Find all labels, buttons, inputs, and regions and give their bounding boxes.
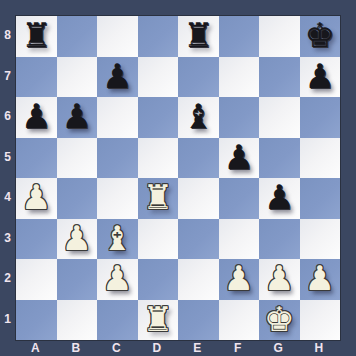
- piece-black-rook[interactable]: ♜: [183, 18, 213, 52]
- square-h6[interactable]: [300, 97, 341, 138]
- square-c6[interactable]: [97, 97, 138, 138]
- square-d1[interactable]: ♜: [138, 300, 179, 341]
- square-e6[interactable]: ♝: [178, 97, 219, 138]
- square-c8[interactable]: [97, 16, 138, 57]
- square-a5[interactable]: [16, 138, 57, 179]
- square-a4[interactable]: ♟: [16, 178, 57, 219]
- piece-white-bishop[interactable]: ♝: [102, 221, 132, 255]
- square-e5[interactable]: [178, 138, 219, 179]
- piece-black-pawn[interactable]: ♟: [224, 140, 254, 174]
- square-c7[interactable]: ♟: [97, 57, 138, 98]
- square-b8[interactable]: [57, 16, 98, 57]
- square-h8[interactable]: ♚: [300, 16, 341, 57]
- square-f6[interactable]: [219, 97, 260, 138]
- piece-white-pawn[interactable]: ♟: [62, 221, 92, 255]
- square-e7[interactable]: [178, 57, 219, 98]
- square-d6[interactable]: [138, 97, 179, 138]
- file-label-h: H: [299, 340, 340, 356]
- square-g1[interactable]: ♚: [259, 300, 300, 341]
- square-a2[interactable]: [16, 259, 57, 300]
- rank-labels: 87654321: [0, 15, 15, 339]
- rank-label-5: 5: [0, 137, 15, 178]
- square-c4[interactable]: [97, 178, 138, 219]
- square-b4[interactable]: [57, 178, 98, 219]
- rank-label-1: 1: [0, 299, 15, 340]
- piece-white-rook[interactable]: ♜: [143, 180, 173, 214]
- file-label-f: F: [218, 340, 259, 356]
- square-e2[interactable]: [178, 259, 219, 300]
- square-h2[interactable]: ♟: [300, 259, 341, 300]
- square-g3[interactable]: [259, 219, 300, 260]
- square-b1[interactable]: [57, 300, 98, 341]
- square-f3[interactable]: [219, 219, 260, 260]
- piece-black-pawn[interactable]: ♟: [305, 59, 335, 93]
- file-label-b: B: [56, 340, 97, 356]
- piece-white-pawn[interactable]: ♟: [21, 180, 51, 214]
- piece-black-pawn[interactable]: ♟: [21, 99, 51, 133]
- square-h5[interactable]: [300, 138, 341, 179]
- file-label-c: C: [96, 340, 137, 356]
- square-a1[interactable]: [16, 300, 57, 341]
- square-e1[interactable]: [178, 300, 219, 341]
- square-h7[interactable]: ♟: [300, 57, 341, 98]
- file-label-d: D: [137, 340, 178, 356]
- square-g6[interactable]: [259, 97, 300, 138]
- square-b7[interactable]: [57, 57, 98, 98]
- square-g4[interactable]: ♟: [259, 178, 300, 219]
- square-h4[interactable]: [300, 178, 341, 219]
- square-b3[interactable]: ♟: [57, 219, 98, 260]
- square-a3[interactable]: [16, 219, 57, 260]
- square-b6[interactable]: ♟: [57, 97, 98, 138]
- square-f8[interactable]: [219, 16, 260, 57]
- rank-label-8: 8: [0, 15, 15, 56]
- board-grid: ♜♜♚♟♟♟♟♝♟♟♜♟♟♝♟♟♟♟♜♚: [15, 15, 341, 341]
- square-g8[interactable]: [259, 16, 300, 57]
- square-h3[interactable]: [300, 219, 341, 260]
- rank-label-3: 3: [0, 218, 15, 259]
- square-h1[interactable]: [300, 300, 341, 341]
- square-f4[interactable]: [219, 178, 260, 219]
- square-a6[interactable]: ♟: [16, 97, 57, 138]
- piece-white-pawn[interactable]: ♟: [305, 261, 335, 295]
- square-d3[interactable]: [138, 219, 179, 260]
- rank-label-6: 6: [0, 96, 15, 137]
- piece-white-pawn[interactable]: ♟: [264, 261, 294, 295]
- file-label-g: G: [258, 340, 299, 356]
- rank-label-2: 2: [0, 258, 15, 299]
- file-label-e: E: [177, 340, 218, 356]
- square-f7[interactable]: [219, 57, 260, 98]
- square-b5[interactable]: [57, 138, 98, 179]
- file-labels: ABCDEFGH: [15, 340, 339, 356]
- square-d7[interactable]: [138, 57, 179, 98]
- square-e3[interactable]: [178, 219, 219, 260]
- file-label-a: A: [15, 340, 56, 356]
- square-a7[interactable]: [16, 57, 57, 98]
- square-a8[interactable]: ♜: [16, 16, 57, 57]
- square-f1[interactable]: [219, 300, 260, 341]
- square-d2[interactable]: [138, 259, 179, 300]
- piece-black-pawn[interactable]: ♟: [102, 59, 132, 93]
- square-d5[interactable]: [138, 138, 179, 179]
- square-b2[interactable]: [57, 259, 98, 300]
- square-g2[interactable]: ♟: [259, 259, 300, 300]
- square-c3[interactable]: ♝: [97, 219, 138, 260]
- chess-board-frame: 87654321 ♜♜♚♟♟♟♟♝♟♟♜♟♟♝♟♟♟♟♜♚ ABCDEFGH: [0, 0, 356, 356]
- piece-white-pawn[interactable]: ♟: [224, 261, 254, 295]
- piece-black-pawn[interactable]: ♟: [62, 99, 92, 133]
- square-d8[interactable]: [138, 16, 179, 57]
- square-f2[interactable]: ♟: [219, 259, 260, 300]
- square-f5[interactable]: ♟: [219, 138, 260, 179]
- piece-black-bishop[interactable]: ♝: [183, 99, 213, 133]
- square-g5[interactable]: [259, 138, 300, 179]
- square-c1[interactable]: [97, 300, 138, 341]
- piece-white-pawn[interactable]: ♟: [102, 261, 132, 295]
- square-c2[interactable]: ♟: [97, 259, 138, 300]
- square-e4[interactable]: [178, 178, 219, 219]
- square-c5[interactable]: [97, 138, 138, 179]
- rank-label-7: 7: [0, 56, 15, 97]
- piece-white-king[interactable]: ♚: [264, 302, 294, 336]
- square-e8[interactable]: ♜: [178, 16, 219, 57]
- piece-black-pawn[interactable]: ♟: [264, 180, 294, 214]
- piece-white-rook[interactable]: ♜: [143, 302, 173, 336]
- square-d4[interactable]: ♜: [138, 178, 179, 219]
- rank-label-4: 4: [0, 177, 15, 218]
- piece-black-king[interactable]: ♚: [305, 18, 335, 52]
- piece-black-rook[interactable]: ♜: [21, 18, 51, 52]
- square-g7[interactable]: [259, 57, 300, 98]
